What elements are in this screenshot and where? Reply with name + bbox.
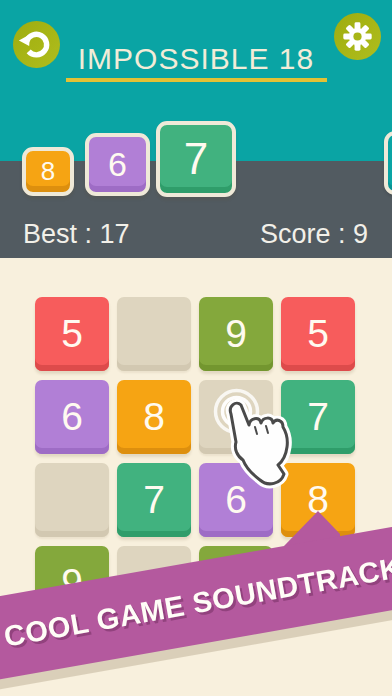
tile-value: 9 <box>225 312 247 356</box>
queue-tile-value: 7 <box>184 134 208 184</box>
board-cell-r1c2-empty[interactable] <box>117 297 191 371</box>
tile-value: 7 <box>307 395 329 439</box>
board-cell-r4c1-tile-9[interactable]: 9 <box>35 546 109 620</box>
game-screen: IMPOSSIBLE 18 <box>0 0 392 696</box>
tile-value: 9 <box>61 561 83 605</box>
queue-tile-value: 6 <box>108 145 127 184</box>
board-cell-r4c2-empty[interactable] <box>117 546 191 620</box>
board-cell-r1c4-tile-5[interactable]: 5 <box>281 297 355 371</box>
title-underline <box>66 78 327 82</box>
board-cell-r4c3-tile[interactable] <box>199 546 273 620</box>
queue-tile-7: 7 <box>156 121 236 197</box>
tile-value: 8 <box>143 395 165 439</box>
board-cell-r1c3-tile-9[interactable]: 9 <box>199 297 273 371</box>
board-cell-r3c2-tile-7[interactable]: 7 <box>117 463 191 537</box>
tile-value: 5 <box>307 312 329 356</box>
best-score-label: Best : 17 <box>23 219 130 250</box>
queue-tile-8: 8 <box>22 147 74 196</box>
board-cell-r2c4-tile-7[interactable]: 7 <box>281 380 355 454</box>
tile-value: 6 <box>61 395 83 439</box>
board-cell-r3c3-tile-6[interactable]: 6 <box>199 463 273 537</box>
board-cell-r2c1-tile-6[interactable]: 6 <box>35 380 109 454</box>
queue-tile-6: 6 <box>85 133 150 196</box>
board-cell-r3c4-tile-8[interactable]: 8 <box>281 463 355 537</box>
gear-icon <box>334 13 381 60</box>
board-cell-r2c2-tile-8[interactable]: 8 <box>117 380 191 454</box>
board-cell-r3c1-empty[interactable] <box>35 463 109 537</box>
board-cell-r2c3-empty[interactable] <box>199 380 273 454</box>
board-cell-r1c1-tile-5[interactable]: 5 <box>35 297 109 371</box>
current-score-label: Score : 9 <box>260 219 368 250</box>
game-board: 5956877689 <box>0 258 392 696</box>
tile-value: 5 <box>61 312 83 356</box>
queue-tile-value: 8 <box>41 156 55 187</box>
tile-value: 6 <box>225 478 247 522</box>
queue-tile-next <box>384 131 392 195</box>
tile-value: 7 <box>143 478 165 522</box>
tile-value: 8 <box>307 478 329 522</box>
settings-button[interactable] <box>334 13 381 60</box>
